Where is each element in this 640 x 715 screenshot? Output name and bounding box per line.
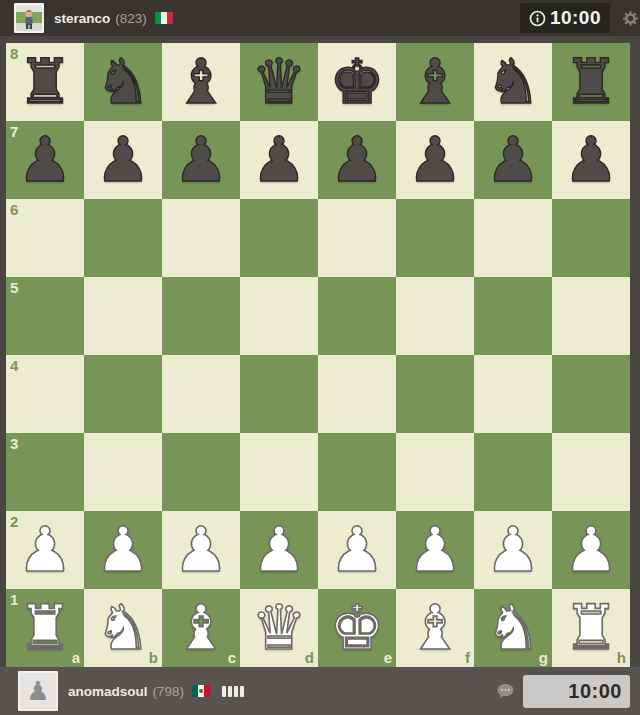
default-pawn-avatar-icon: ♟ — [26, 673, 49, 709]
square-b6[interactable] — [84, 199, 162, 277]
square-g4[interactable] — [474, 355, 552, 433]
square-d5[interactable] — [240, 277, 318, 355]
square-c5[interactable] — [162, 277, 240, 355]
square-h2[interactable]: ♟ — [552, 511, 630, 589]
chess-board[interactable]: 8♜♞♝♛♚♝♞♜7♟♟♟♟♟♟♟♟65432♟♟♟♟♟♟♟♟1a♜b♞c♝d♛… — [6, 43, 630, 667]
square-d8[interactable]: ♛ — [240, 43, 318, 121]
square-b4[interactable] — [84, 355, 162, 433]
square-g5[interactable] — [474, 277, 552, 355]
square-e4[interactable] — [318, 355, 396, 433]
rank-label-5: 5 — [10, 280, 18, 295]
square-a6[interactable]: 6 — [6, 199, 84, 277]
square-c4[interactable] — [162, 355, 240, 433]
white-pawn[interactable]: ♟ — [6, 511, 84, 589]
white-pawn[interactable]: ♟ — [240, 511, 318, 589]
square-b7[interactable]: ♟ — [84, 121, 162, 199]
opponent-rating: (823) — [115, 11, 147, 26]
square-c7[interactable]: ♟ — [162, 121, 240, 199]
square-h6[interactable] — [552, 199, 630, 277]
player-clock: 10:00 — [523, 675, 630, 708]
square-a2[interactable]: 2♟ — [6, 511, 84, 589]
black-bishop[interactable]: ♝ — [396, 43, 474, 121]
square-d6[interactable] — [240, 199, 318, 277]
rank-label-3: 3 — [10, 436, 18, 451]
square-g2[interactable]: ♟ — [474, 511, 552, 589]
info-icon[interactable] — [529, 10, 546, 27]
square-e2[interactable]: ♟ — [318, 511, 396, 589]
gear-icon[interactable] — [622, 10, 639, 27]
square-g3[interactable] — [474, 433, 552, 511]
player-username[interactable]: anomadsoul — [68, 684, 148, 699]
square-b8[interactable]: ♞ — [84, 43, 162, 121]
square-e6[interactable] — [318, 199, 396, 277]
opponent-clock: 10:00 — [520, 3, 610, 33]
avatar-person-image — [16, 5, 42, 31]
square-b1[interactable]: b♞ — [84, 589, 162, 667]
black-queen[interactable]: ♛ — [240, 43, 318, 121]
square-c1[interactable]: c♝ — [162, 589, 240, 667]
player-time: 10:00 — [531, 680, 622, 703]
square-h8[interactable]: ♜ — [552, 43, 630, 121]
opponent-avatar[interactable] — [14, 3, 44, 33]
opponent-time: 10:00 — [546, 7, 601, 29]
white-bishop[interactable]: ♝ — [396, 589, 474, 667]
black-pawn[interactable]: ♟ — [240, 121, 318, 199]
top-player-bar: steranco (823) 10:00 — [0, 0, 640, 36]
square-a7[interactable]: 7♟ — [6, 121, 84, 199]
signal-bars-icon — [222, 686, 244, 697]
square-a1[interactable]: 1a♜ — [6, 589, 84, 667]
square-a8[interactable]: 8♜ — [6, 43, 84, 121]
black-rook[interactable]: ♜ — [552, 43, 630, 121]
black-pawn[interactable]: ♟ — [6, 121, 84, 199]
white-bishop[interactable]: ♝ — [162, 589, 240, 667]
black-pawn[interactable]: ♟ — [162, 121, 240, 199]
square-f4[interactable] — [396, 355, 474, 433]
square-d3[interactable] — [240, 433, 318, 511]
square-f6[interactable] — [396, 199, 474, 277]
square-h5[interactable] — [552, 277, 630, 355]
white-pawn[interactable]: ♟ — [318, 511, 396, 589]
square-c3[interactable] — [162, 433, 240, 511]
square-d7[interactable]: ♟ — [240, 121, 318, 199]
black-knight[interactable]: ♞ — [84, 43, 162, 121]
square-e8[interactable]: ♚ — [318, 43, 396, 121]
square-f2[interactable]: ♟ — [396, 511, 474, 589]
rank-label-4: 4 — [10, 358, 18, 373]
white-knight[interactable]: ♞ — [84, 589, 162, 667]
square-a4[interactable]: 4 — [6, 355, 84, 433]
white-pawn[interactable]: ♟ — [162, 511, 240, 589]
square-c6[interactable] — [162, 199, 240, 277]
square-f3[interactable] — [396, 433, 474, 511]
square-g8[interactable]: ♞ — [474, 43, 552, 121]
square-b2[interactable]: ♟ — [84, 511, 162, 589]
square-g6[interactable] — [474, 199, 552, 277]
rank-label-6: 6 — [10, 202, 18, 217]
square-h7[interactable]: ♟ — [552, 121, 630, 199]
white-rook[interactable]: ♜ — [552, 589, 630, 667]
square-b5[interactable] — [84, 277, 162, 355]
white-knight[interactable]: ♞ — [474, 589, 552, 667]
square-e5[interactable] — [318, 277, 396, 355]
italy-flag-icon — [155, 12, 173, 24]
square-h4[interactable] — [552, 355, 630, 433]
square-g7[interactable]: ♟ — [474, 121, 552, 199]
white-king[interactable]: ♚ — [318, 589, 396, 667]
board-area: 8♜♞♝♛♚♝♞♜7♟♟♟♟♟♟♟♟65432♟♟♟♟♟♟♟♟1a♜b♞c♝d♛… — [0, 36, 640, 667]
square-d1[interactable]: d♛ — [240, 589, 318, 667]
white-pawn[interactable]: ♟ — [474, 511, 552, 589]
opponent-username[interactable]: steranco — [54, 11, 110, 26]
chat-bubble-icon[interactable] — [496, 683, 515, 700]
black-knight[interactable]: ♞ — [474, 43, 552, 121]
square-a3[interactable]: 3 — [6, 433, 84, 511]
bottom-player-bar: ♟ anomadsoul (798) 10:00 — [0, 667, 640, 715]
square-c2[interactable]: ♟ — [162, 511, 240, 589]
black-king[interactable]: ♚ — [318, 43, 396, 121]
square-e7[interactable]: ♟ — [318, 121, 396, 199]
square-h1[interactable]: h♜ — [552, 589, 630, 667]
square-b3[interactable] — [84, 433, 162, 511]
square-e3[interactable] — [318, 433, 396, 511]
white-pawn[interactable]: ♟ — [396, 511, 474, 589]
square-g1[interactable]: g♞ — [474, 589, 552, 667]
square-d2[interactable]: ♟ — [240, 511, 318, 589]
square-h3[interactable] — [552, 433, 630, 511]
white-pawn[interactable]: ♟ — [552, 511, 630, 589]
square-f1[interactable]: f♝ — [396, 589, 474, 667]
square-d4[interactable] — [240, 355, 318, 433]
black-pawn[interactable]: ♟ — [552, 121, 630, 199]
mexico-flag-icon — [192, 685, 210, 697]
square-f5[interactable] — [396, 277, 474, 355]
white-pawn[interactable]: ♟ — [84, 511, 162, 589]
black-pawn[interactable]: ♟ — [396, 121, 474, 199]
white-rook[interactable]: ♜ — [6, 589, 84, 667]
black-bishop[interactable]: ♝ — [162, 43, 240, 121]
black-pawn[interactable]: ♟ — [474, 121, 552, 199]
black-pawn[interactable]: ♟ — [318, 121, 396, 199]
white-queen[interactable]: ♛ — [240, 589, 318, 667]
square-e1[interactable]: e♚ — [318, 589, 396, 667]
square-f8[interactable]: ♝ — [396, 43, 474, 121]
black-rook[interactable]: ♜ — [6, 43, 84, 121]
black-pawn[interactable]: ♟ — [84, 121, 162, 199]
square-c8[interactable]: ♝ — [162, 43, 240, 121]
square-a5[interactable]: 5 — [6, 277, 84, 355]
square-f7[interactable]: ♟ — [396, 121, 474, 199]
player-rating: (798) — [153, 684, 185, 699]
player-avatar[interactable]: ♟ — [18, 671, 58, 711]
